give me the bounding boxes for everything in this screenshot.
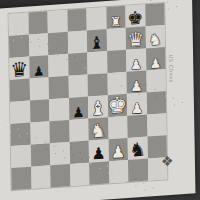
square-a6[interactable]: ♛ <box>9 57 29 80</box>
square-c1[interactable] <box>50 164 70 187</box>
square-c3[interactable] <box>49 120 69 143</box>
square-e5[interactable] <box>88 73 108 96</box>
square-g7[interactable]: ♛ <box>126 26 146 49</box>
square-g6[interactable]: ♟ <box>126 48 146 71</box>
photo-frame: ♜♚♝♛♞♛♟♟♟♟♟♝♚♟♞♟♟♞ US Chess ❖ <box>0 0 200 200</box>
square-f4[interactable]: ♚ <box>107 94 127 117</box>
square-h4[interactable] <box>146 91 166 114</box>
square-b1[interactable] <box>31 165 51 188</box>
square-h8[interactable] <box>145 3 165 26</box>
piece-white-rook[interactable]: ♜ <box>110 15 122 29</box>
chess-board: ♜♚♝♛♞♛♟♟♟♟♟♝♚♟♞♟♟♞ US Chess ❖ <box>0 0 195 200</box>
square-b2[interactable] <box>30 143 50 166</box>
square-b6[interactable]: ♟ <box>29 55 49 78</box>
square-d4[interactable]: ♟ <box>68 97 88 120</box>
piece-white-king[interactable]: ♚ <box>107 94 127 117</box>
quad-diamond-logo-icon: ❖ <box>161 154 174 169</box>
square-f8[interactable]: ♜ <box>106 6 126 29</box>
square-b5[interactable] <box>29 77 49 100</box>
square-b3[interactable] <box>30 121 50 144</box>
square-b7[interactable] <box>28 33 48 56</box>
square-d8[interactable] <box>67 8 87 31</box>
square-c6[interactable] <box>48 54 68 77</box>
square-c8[interactable] <box>47 10 67 33</box>
piece-black-pawn[interactable]: ♟ <box>33 65 45 79</box>
square-e6[interactable] <box>87 51 107 74</box>
square-c7[interactable] <box>48 32 68 55</box>
square-b4[interactable] <box>30 99 50 122</box>
square-a7[interactable] <box>9 35 29 58</box>
piece-black-pawn[interactable]: ♟ <box>91 145 106 162</box>
piece-black-queen[interactable]: ♛ <box>10 59 28 80</box>
square-d1[interactable] <box>70 163 90 186</box>
piece-white-pawn[interactable]: ♟ <box>111 144 126 161</box>
square-e7[interactable]: ♝ <box>87 29 107 52</box>
square-a3[interactable] <box>11 123 31 146</box>
square-d6[interactable] <box>68 52 88 75</box>
square-e2[interactable]: ♟ <box>89 139 109 162</box>
square-h5[interactable] <box>146 69 166 92</box>
square-e3[interactable]: ♞ <box>88 117 108 140</box>
piece-white-knight[interactable]: ♞ <box>90 121 106 140</box>
square-b8[interactable] <box>28 11 48 34</box>
square-f2[interactable]: ♟ <box>108 138 128 161</box>
square-a8[interactable] <box>9 13 29 36</box>
square-g1[interactable] <box>128 159 148 182</box>
piece-white-pawn[interactable]: ♟ <box>130 79 143 94</box>
piece-white-bishop[interactable]: ♝ <box>89 98 106 118</box>
square-g3[interactable] <box>127 114 147 137</box>
piece-white-pawn[interactable]: ♟ <box>130 101 143 116</box>
square-d5[interactable] <box>68 75 88 98</box>
square-e4[interactable]: ♝ <box>88 95 108 118</box>
square-e8[interactable] <box>86 7 106 30</box>
piece-black-king[interactable]: ♚ <box>127 8 143 27</box>
square-a4[interactable] <box>10 101 30 124</box>
square-c5[interactable] <box>49 76 69 99</box>
piece-black-bishop[interactable]: ♝ <box>89 34 105 52</box>
square-h6[interactable]: ♟ <box>146 47 166 70</box>
piece-white-queen[interactable]: ♛ <box>127 29 144 49</box>
piece-black-knight[interactable]: ♞ <box>129 140 146 160</box>
square-h7[interactable]: ♞ <box>145 25 165 48</box>
square-f6[interactable] <box>107 50 127 73</box>
square-h3[interactable] <box>147 113 167 136</box>
square-g4[interactable]: ♟ <box>127 92 147 115</box>
square-d7[interactable] <box>67 30 87 53</box>
square-c4[interactable] <box>49 98 69 121</box>
square-f1[interactable] <box>109 160 129 183</box>
piece-white-pawn[interactable]: ♟ <box>150 56 162 70</box>
square-f3[interactable] <box>108 116 128 139</box>
square-d2[interactable] <box>69 141 89 164</box>
piece-white-knight[interactable]: ♞ <box>148 32 162 48</box>
square-d3[interactable] <box>69 119 89 142</box>
square-e1[interactable] <box>89 161 109 184</box>
piece-white-pawn[interactable]: ♟ <box>130 58 142 72</box>
square-g2[interactable]: ♞ <box>128 137 148 160</box>
board-grid: ♜♚♝♛♞♛♟♟♟♟♟♝♚♟♞♟♟♞ <box>9 3 168 190</box>
square-c2[interactable] <box>50 142 70 165</box>
square-g8[interactable]: ♚ <box>125 4 145 27</box>
square-a5[interactable] <box>10 79 30 102</box>
square-a2[interactable] <box>11 145 31 168</box>
square-g5[interactable]: ♟ <box>126 70 146 93</box>
board-brand-text: US Chess <box>168 54 174 83</box>
square-a1[interactable] <box>11 167 31 190</box>
square-f7[interactable] <box>106 28 126 51</box>
piece-black-pawn[interactable]: ♟ <box>72 105 85 120</box>
